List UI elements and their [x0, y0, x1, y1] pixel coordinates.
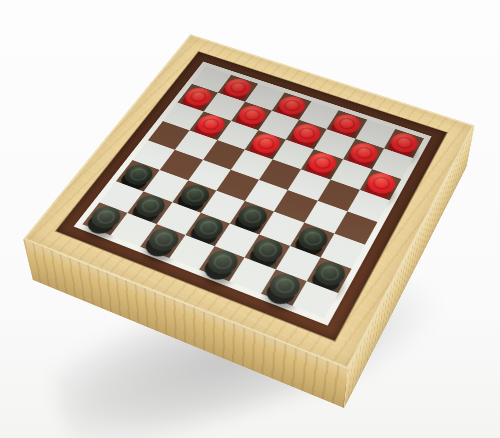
product-photo-checkers-set — [0, 0, 500, 438]
checkers-board — [82, 66, 424, 318]
